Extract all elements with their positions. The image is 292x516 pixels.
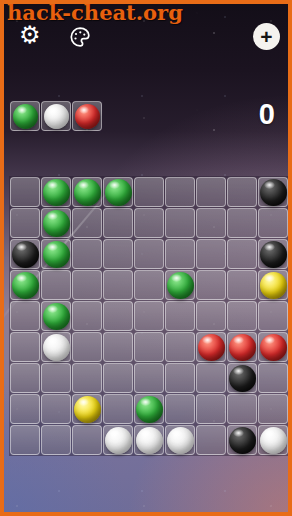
board-cell-h6[interactable] <box>227 332 257 362</box>
ball-white[interactable] <box>136 427 163 454</box>
next-ball-cell-1 <box>10 101 40 131</box>
next-ball-cell-3 <box>72 101 102 131</box>
board-cell-g7[interactable] <box>196 363 226 393</box>
board-cell-c4[interactable] <box>72 270 102 300</box>
board-cell-b9[interactable] <box>41 425 71 455</box>
board-cell-d8[interactable] <box>103 394 133 424</box>
board-cell-d3[interactable] <box>103 239 133 269</box>
board-cell-f2[interactable] <box>165 208 195 238</box>
watermark: hack-cheat.org <box>7 0 183 25</box>
board-cell-a8[interactable] <box>10 394 40 424</box>
board-cell-i5[interactable] <box>258 301 288 331</box>
board-cell-h1[interactable] <box>227 177 257 207</box>
ball-black[interactable] <box>260 241 287 268</box>
board-cell-i3[interactable] <box>258 239 288 269</box>
board-cell-b7[interactable] <box>41 363 71 393</box>
board-cell-g6[interactable] <box>196 332 226 362</box>
board-cell-g9[interactable] <box>196 425 226 455</box>
board-cell-a7[interactable] <box>10 363 40 393</box>
ball-green[interactable] <box>43 179 70 206</box>
board-cell-c2[interactable] <box>72 208 102 238</box>
board-cell-d1[interactable] <box>103 177 133 207</box>
board-cell-a6[interactable] <box>10 332 40 362</box>
plus-icon: + <box>260 25 272 48</box>
board-cell-a4[interactable] <box>10 270 40 300</box>
board-cell-i6[interactable] <box>258 332 288 362</box>
board-cell-g8[interactable] <box>196 394 226 424</box>
board-cell-e2[interactable] <box>134 208 164 238</box>
score-value: 0 <box>259 98 275 131</box>
ball-green[interactable] <box>43 303 70 330</box>
board-cell-i2[interactable] <box>258 208 288 238</box>
ball-red[interactable] <box>229 334 256 361</box>
board-cell-i1[interactable] <box>258 177 288 207</box>
board-cell-c1[interactable] <box>72 177 102 207</box>
theme-button[interactable] <box>68 25 92 52</box>
settings-button[interactable]: ⚙ <box>19 22 41 48</box>
board-cell-h7[interactable] <box>227 363 257 393</box>
ball-red[interactable] <box>198 334 225 361</box>
ball-green[interactable] <box>105 179 132 206</box>
board-cell-f4[interactable] <box>165 270 195 300</box>
board-cell-a1[interactable] <box>10 177 40 207</box>
game-board <box>9 176 289 456</box>
board-cell-f9[interactable] <box>165 425 195 455</box>
board-cell-f3[interactable] <box>165 239 195 269</box>
board-cell-b4[interactable] <box>41 270 71 300</box>
ball-green[interactable] <box>167 272 194 299</box>
next-ball-green <box>13 104 38 129</box>
board-cell-f7[interactable] <box>165 363 195 393</box>
board-cell-g1[interactable] <box>196 177 226 207</box>
board-cell-c9[interactable] <box>72 425 102 455</box>
board-cell-i7[interactable] <box>258 363 288 393</box>
board-cell-i4[interactable] <box>258 270 288 300</box>
board-cell-b5[interactable] <box>41 301 71 331</box>
board-cell-a3[interactable] <box>10 239 40 269</box>
ball-green[interactable] <box>12 272 39 299</box>
board-cell-f1[interactable] <box>165 177 195 207</box>
ball-black[interactable] <box>229 365 256 392</box>
board-cell-g3[interactable] <box>196 239 226 269</box>
board-cell-a2[interactable] <box>10 208 40 238</box>
board-cell-d5[interactable] <box>103 301 133 331</box>
board-cell-g4[interactable] <box>196 270 226 300</box>
ball-yellow[interactable] <box>260 272 287 299</box>
board-cell-f5[interactable] <box>165 301 195 331</box>
board-cell-e8[interactable] <box>134 394 164 424</box>
board-cell-h9[interactable] <box>227 425 257 455</box>
board-cell-c5[interactable] <box>72 301 102 331</box>
app-screen: hack-cheat.org ⚙ + 0 <box>0 0 292 516</box>
board-cell-e3[interactable] <box>134 239 164 269</box>
ball-green[interactable] <box>74 179 101 206</box>
board-cell-g5[interactable] <box>196 301 226 331</box>
board-cell-d2[interactable] <box>103 208 133 238</box>
board-cell-h4[interactable] <box>227 270 257 300</box>
ball-green[interactable] <box>43 241 70 268</box>
board-cell-h5[interactable] <box>227 301 257 331</box>
board-cell-f6[interactable] <box>165 332 195 362</box>
board-cell-a5[interactable] <box>10 301 40 331</box>
ball-white[interactable] <box>43 334 70 361</box>
board-cell-h2[interactable] <box>227 208 257 238</box>
ball-red[interactable] <box>260 334 287 361</box>
board-cell-b1[interactable] <box>41 177 71 207</box>
board-cell-d4[interactable] <box>103 270 133 300</box>
board-cell-c8[interactable] <box>72 394 102 424</box>
palette-icon <box>68 37 92 52</box>
board-cell-e5[interactable] <box>134 301 164 331</box>
board-cell-e9[interactable] <box>134 425 164 455</box>
ball-white[interactable] <box>260 427 287 454</box>
board-cell-a9[interactable] <box>10 425 40 455</box>
board-cell-d9[interactable] <box>103 425 133 455</box>
ball-white[interactable] <box>105 427 132 454</box>
board-cell-c3[interactable] <box>72 239 102 269</box>
next-ball-red <box>75 104 100 129</box>
board-cell-e4[interactable] <box>134 270 164 300</box>
ball-green[interactable] <box>136 396 163 423</box>
ball-black[interactable] <box>12 241 39 268</box>
board-cell-f8[interactable] <box>165 394 195 424</box>
board-cell-d7[interactable] <box>103 363 133 393</box>
next-balls-tray <box>9 100 103 132</box>
ball-black[interactable] <box>229 427 256 454</box>
ball-yellow[interactable] <box>74 396 101 423</box>
ball-white[interactable] <box>167 427 194 454</box>
board-cell-h3[interactable] <box>227 239 257 269</box>
board-cell-e1[interactable] <box>134 177 164 207</box>
board-cell-g2[interactable] <box>196 208 226 238</box>
gear-icon: ⚙ <box>19 21 41 48</box>
board-cell-e7[interactable] <box>134 363 164 393</box>
board-cell-c7[interactable] <box>72 363 102 393</box>
new-game-button[interactable]: + <box>253 23 280 50</box>
board-cell-b2[interactable] <box>41 208 71 238</box>
ball-black[interactable] <box>260 179 287 206</box>
board-cell-b3[interactable] <box>41 239 71 269</box>
board-cell-c6[interactable] <box>72 332 102 362</box>
board-cell-b8[interactable] <box>41 394 71 424</box>
board-cell-e6[interactable] <box>134 332 164 362</box>
board-cell-d6[interactable] <box>103 332 133 362</box>
board-cell-h8[interactable] <box>227 394 257 424</box>
next-ball-white <box>44 104 69 129</box>
board-cell-b6[interactable] <box>41 332 71 362</box>
board-cell-i8[interactable] <box>258 394 288 424</box>
ball-green[interactable] <box>43 210 70 237</box>
board-cell-i9[interactable] <box>258 425 288 455</box>
next-ball-cell-2 <box>41 101 71 131</box>
